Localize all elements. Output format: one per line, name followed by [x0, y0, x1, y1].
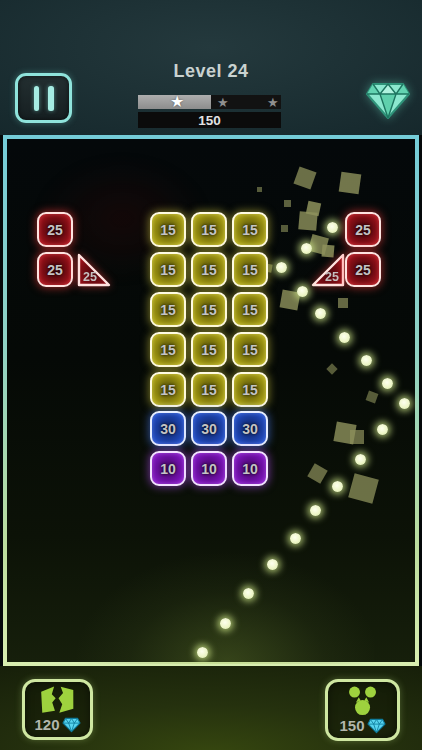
star-icon: ★: [217, 94, 229, 112]
multi-ball-cost: 150: [339, 717, 364, 734]
pause-icon: [48, 86, 54, 111]
app-screen: Level 24 ★★★ 150 25151515252525151515252…: [0, 0, 422, 750]
star-progress-bar: ★★★: [138, 95, 281, 109]
score-bar: 150: [138, 112, 281, 128]
star-icon: ★: [267, 94, 279, 112]
board-smudge: [32, 154, 212, 284]
score-value: 150: [198, 113, 221, 128]
diamond-icon: [365, 81, 411, 121]
level-title: Level 24: [0, 61, 422, 82]
bottom-bar: 120 150: [0, 666, 422, 750]
diamond-icon: [367, 718, 386, 734]
star-icon: ★: [170, 93, 184, 111]
multi-ball-booster-button[interactable]: 150: [325, 679, 400, 741]
diamond-icon: [62, 717, 81, 733]
break-bricks-cost: 120: [34, 716, 59, 733]
broken-brick-icon: [38, 685, 78, 716]
multi-ball-icon: [343, 685, 383, 717]
pause-icon: [34, 86, 40, 111]
game-board[interactable]: [3, 135, 419, 666]
board-glow: [48, 484, 374, 664]
booster-cost: 150: [339, 717, 385, 734]
booster-cost: 120: [34, 716, 80, 733]
break-bricks-booster-button[interactable]: 120: [22, 679, 93, 740]
top-bar: Level 24 ★★★ 150: [0, 0, 422, 135]
